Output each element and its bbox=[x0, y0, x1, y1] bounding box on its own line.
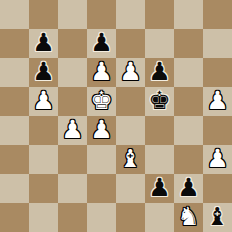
square-h6[interactable] bbox=[203, 58, 232, 87]
square-h4[interactable] bbox=[203, 116, 232, 145]
square-h3[interactable]: ♟ bbox=[203, 145, 232, 174]
square-g6[interactable] bbox=[174, 58, 203, 87]
square-c8[interactable] bbox=[58, 0, 87, 29]
white-pawn-h3[interactable]: ♟ bbox=[206, 146, 228, 171]
square-h8[interactable] bbox=[203, 0, 232, 29]
square-e6[interactable]: ♟ bbox=[116, 58, 145, 87]
square-f8[interactable] bbox=[145, 0, 174, 29]
square-b5[interactable]: ♟ bbox=[29, 87, 58, 116]
square-d1[interactable] bbox=[87, 203, 116, 232]
square-f5[interactable]: ♚ bbox=[145, 87, 174, 116]
square-d2[interactable] bbox=[87, 174, 116, 203]
square-a2[interactable] bbox=[0, 174, 29, 203]
square-f1[interactable] bbox=[145, 203, 174, 232]
square-e1[interactable] bbox=[116, 203, 145, 232]
square-b3[interactable] bbox=[29, 145, 58, 174]
black-pawn-f2[interactable]: ♟ bbox=[148, 175, 170, 200]
square-e8[interactable] bbox=[116, 0, 145, 29]
square-a5[interactable] bbox=[0, 87, 29, 116]
square-h2[interactable] bbox=[203, 174, 232, 203]
black-pawn-f6[interactable]: ♟ bbox=[148, 59, 170, 84]
square-h1[interactable]: ♝ bbox=[203, 203, 232, 232]
square-e3[interactable]: ♝ bbox=[116, 145, 145, 174]
square-c6[interactable] bbox=[58, 58, 87, 87]
square-b2[interactable] bbox=[29, 174, 58, 203]
square-d3[interactable] bbox=[87, 145, 116, 174]
square-g7[interactable] bbox=[174, 29, 203, 58]
square-g4[interactable] bbox=[174, 116, 203, 145]
black-pawn-b7[interactable]: ♟ bbox=[32, 30, 54, 55]
square-d8[interactable] bbox=[87, 0, 116, 29]
square-d5[interactable]: ♚ bbox=[87, 87, 116, 116]
white-bishop-e3[interactable]: ♝ bbox=[119, 146, 141, 171]
square-f3[interactable] bbox=[145, 145, 174, 174]
square-g3[interactable] bbox=[174, 145, 203, 174]
square-h5[interactable]: ♟ bbox=[203, 87, 232, 116]
white-king-d5[interactable]: ♚ bbox=[90, 88, 112, 113]
white-pawn-c4[interactable]: ♟ bbox=[61, 117, 83, 142]
black-king-f5[interactable]: ♚ bbox=[148, 88, 170, 113]
square-a4[interactable] bbox=[0, 116, 29, 145]
square-c7[interactable] bbox=[58, 29, 87, 58]
square-b8[interactable] bbox=[29, 0, 58, 29]
white-pawn-d6[interactable]: ♟ bbox=[90, 59, 112, 84]
black-bishop-h1[interactable]: ♝ bbox=[206, 204, 228, 229]
black-pawn-b6[interactable]: ♟ bbox=[32, 59, 54, 84]
square-f7[interactable] bbox=[145, 29, 174, 58]
square-a7[interactable] bbox=[0, 29, 29, 58]
square-b7[interactable]: ♟ bbox=[29, 29, 58, 58]
square-b4[interactable] bbox=[29, 116, 58, 145]
white-pawn-h5[interactable]: ♟ bbox=[206, 88, 228, 113]
black-pawn-g2[interactable]: ♟ bbox=[177, 175, 199, 200]
square-c2[interactable] bbox=[58, 174, 87, 203]
square-a1[interactable] bbox=[0, 203, 29, 232]
square-c4[interactable]: ♟ bbox=[58, 116, 87, 145]
square-h7[interactable] bbox=[203, 29, 232, 58]
square-g8[interactable] bbox=[174, 0, 203, 29]
chess-board: ♟♟♟♟♟♟♟♚♚♟♟♟♝♟♟♟♞♝ bbox=[0, 0, 232, 232]
square-g1[interactable]: ♞ bbox=[174, 203, 203, 232]
square-a8[interactable] bbox=[0, 0, 29, 29]
white-knight-g1[interactable]: ♞ bbox=[177, 204, 199, 229]
square-f6[interactable]: ♟ bbox=[145, 58, 174, 87]
square-e7[interactable] bbox=[116, 29, 145, 58]
square-c1[interactable] bbox=[58, 203, 87, 232]
square-e5[interactable] bbox=[116, 87, 145, 116]
white-pawn-e6[interactable]: ♟ bbox=[119, 59, 141, 84]
square-a6[interactable] bbox=[0, 58, 29, 87]
square-d7[interactable]: ♟ bbox=[87, 29, 116, 58]
square-b1[interactable] bbox=[29, 203, 58, 232]
square-c3[interactable] bbox=[58, 145, 87, 174]
square-a3[interactable] bbox=[0, 145, 29, 174]
square-f2[interactable]: ♟ bbox=[145, 174, 174, 203]
square-g2[interactable]: ♟ bbox=[174, 174, 203, 203]
square-e4[interactable] bbox=[116, 116, 145, 145]
white-pawn-d4[interactable]: ♟ bbox=[90, 117, 112, 142]
square-b6[interactable]: ♟ bbox=[29, 58, 58, 87]
square-d6[interactable]: ♟ bbox=[87, 58, 116, 87]
white-pawn-b5[interactable]: ♟ bbox=[32, 88, 54, 113]
square-g5[interactable] bbox=[174, 87, 203, 116]
square-d4[interactable]: ♟ bbox=[87, 116, 116, 145]
square-f4[interactable] bbox=[145, 116, 174, 145]
square-e2[interactable] bbox=[116, 174, 145, 203]
square-c5[interactable] bbox=[58, 87, 87, 116]
black-pawn-d7[interactable]: ♟ bbox=[90, 30, 112, 55]
